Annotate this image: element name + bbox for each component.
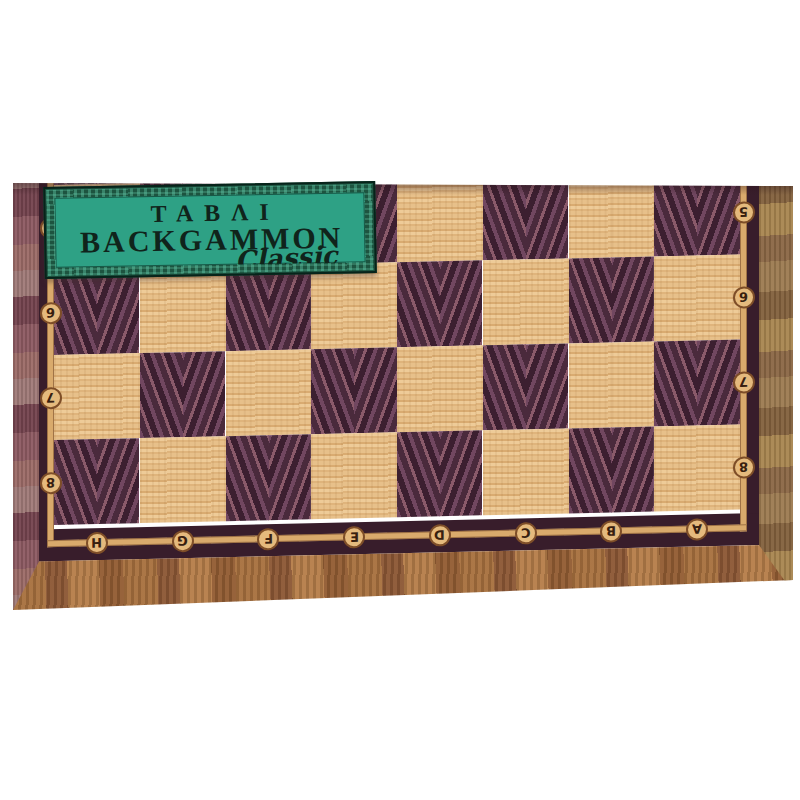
chess-square: [483, 88, 569, 175]
coord-glyph: 6: [739, 290, 748, 303]
rank-circle-right: 5: [733, 201, 755, 223]
chess-square: [311, 347, 397, 434]
coords-layer: 56785678HGFEDCBA: [13, 165, 793, 183]
chess-square: [311, 432, 397, 519]
chess-square: [140, 266, 226, 353]
file-circle: C: [515, 522, 537, 544]
chess-square: [654, 425, 740, 512]
chess-square: [397, 430, 483, 517]
coord-glyph: 7: [46, 391, 55, 404]
chess-square: [140, 436, 226, 523]
chess-square: [226, 349, 312, 436]
chess-square: [569, 86, 655, 173]
rank-circle-right: 8: [733, 456, 755, 478]
coord-glyph: 5: [739, 205, 748, 218]
chess-square: [654, 170, 740, 257]
chess-square: [654, 340, 740, 427]
rank-circle-left: 7: [40, 386, 62, 408]
chess-square: [569, 256, 655, 343]
rank-circle-left: 8: [40, 471, 62, 493]
chess-square: [311, 92, 397, 179]
chess-square: [569, 426, 655, 513]
coord-glyph: A: [692, 522, 702, 535]
file-circle: G: [172, 529, 194, 551]
rank-circle-right: 7: [733, 371, 755, 393]
chess-square: [483, 343, 569, 430]
chess-square: [226, 94, 312, 181]
chess-square: [140, 96, 226, 183]
coord-glyph: D: [434, 528, 445, 541]
chess-square: [54, 268, 140, 355]
coord-glyph: C: [521, 526, 531, 539]
chess-square: [654, 85, 740, 172]
file-circle: E: [343, 526, 365, 548]
chess-square: [226, 434, 312, 521]
chess-square: [569, 171, 655, 258]
label-face: TABΛI BACKGAMMON Classic: [54, 192, 365, 268]
coord-glyph: 7: [739, 375, 748, 388]
chess-square: [311, 262, 397, 349]
file-circle: A: [686, 518, 708, 540]
file-circle: D: [429, 524, 451, 546]
chess-square: [483, 428, 569, 515]
chess-square: [569, 341, 655, 428]
coord-glyph: 8: [46, 476, 55, 489]
brand-label: TABΛI BACKGAMMON Classic: [43, 181, 377, 279]
coord-glyph: H: [91, 536, 102, 549]
chess-square: [54, 98, 140, 185]
coord-glyph: 8: [739, 460, 748, 473]
chess-square: [397, 260, 483, 347]
chess-square: [654, 255, 740, 342]
chess-square: [397, 90, 483, 177]
coord-glyph: E: [350, 530, 359, 543]
coord-glyph: B: [606, 524, 616, 537]
squares-grid: [54, 85, 740, 526]
chess-square: [140, 351, 226, 438]
chess-square: [54, 353, 140, 440]
coord-glyph: F: [264, 532, 273, 545]
file-circle: H: [86, 531, 108, 553]
chess-square: [54, 438, 140, 525]
chess-square: [483, 258, 569, 345]
rank-circle-left: 6: [40, 301, 62, 323]
rank-circle-right: 6: [733, 286, 755, 308]
chess-square: [397, 345, 483, 432]
coord-glyph: 6: [46, 306, 55, 319]
coord-glyph: G: [177, 534, 188, 547]
product-photo: 56785678HGFEDCBA TABΛI BACKGAMMON Classi…: [0, 0, 800, 800]
chess-square: [226, 264, 312, 351]
